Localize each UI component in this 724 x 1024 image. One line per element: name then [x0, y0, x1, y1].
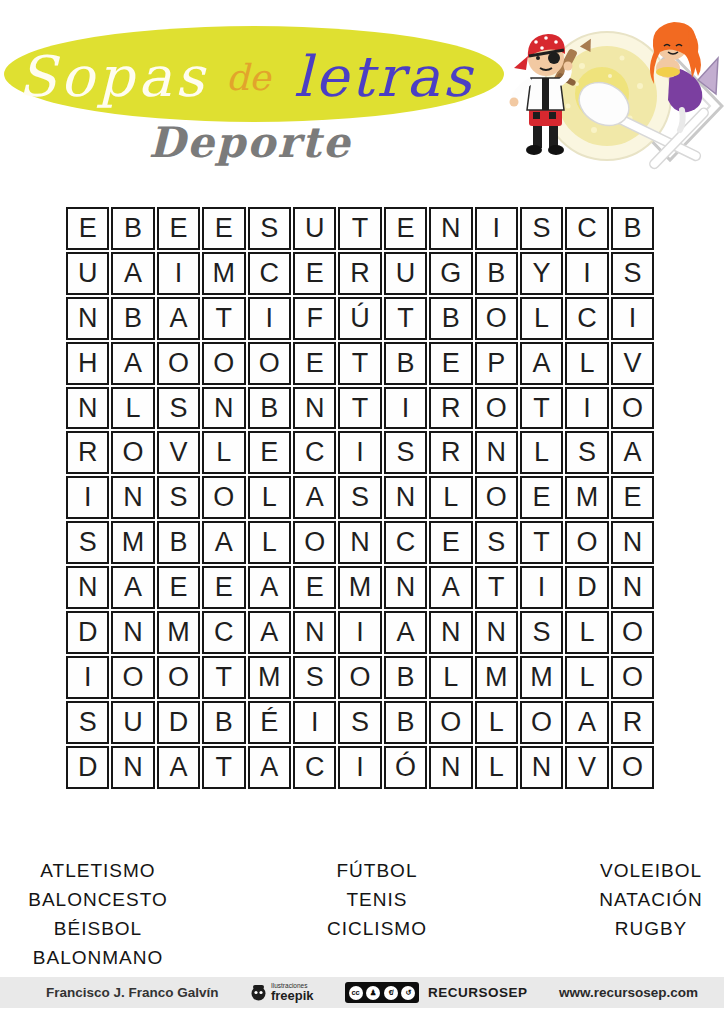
grid-cell[interactable]: A	[565, 701, 608, 744]
grid-cell[interactable]: I	[66, 476, 109, 519]
grid-cell[interactable]: E	[293, 566, 336, 609]
grid-cell[interactable]: A	[111, 252, 154, 295]
license-group: cc♟€̸↺ RECURSOSEP	[345, 982, 528, 1003]
grid-cell[interactable]: V	[157, 431, 200, 474]
title-banner: Sopas de letras	[2, 12, 522, 132]
word-list-column-1: ATLETISMOBALONCESTOBÉISBOLBALONMANO	[8, 856, 188, 972]
grid-cell[interactable]: A	[248, 611, 291, 654]
grid-cell[interactable]: O	[611, 387, 654, 430]
grid-cell[interactable]: O	[611, 611, 654, 654]
word-list-item: CICLISMO	[287, 914, 467, 943]
grid-cell[interactable]: U	[111, 701, 154, 744]
grid-cell[interactable]: O	[293, 521, 336, 564]
grid-cell[interactable]: M	[248, 656, 291, 699]
grid-cell[interactable]: L	[520, 431, 563, 474]
title-word-letras: letras	[294, 44, 475, 109]
title-word-sopas: Sopas	[18, 44, 208, 109]
grid-cell[interactable]: O	[157, 342, 200, 385]
grid-cell[interactable]: B	[384, 342, 427, 385]
grid-cell[interactable]: A	[248, 566, 291, 609]
word-list-item: VOLEIBOL	[557, 856, 724, 885]
grid-cell[interactable]: C	[565, 297, 608, 340]
grid-cell[interactable]: T	[384, 297, 427, 340]
word-search-grid: EBEESUTENISCBUAIMCERUGBYISNBATIFÚTBOLCIH…	[66, 207, 654, 789]
author-name: Francisco J. Franco Galvín	[46, 985, 219, 1000]
grid-cell[interactable]: E	[429, 521, 472, 564]
grid-cell[interactable]: N	[475, 431, 518, 474]
grid-cell[interactable]: T	[475, 566, 518, 609]
grid-cell[interactable]: E	[520, 476, 563, 519]
grid-cell[interactable]: L	[248, 476, 291, 519]
grid-cell[interactable]: V	[611, 342, 654, 385]
word-list-column-2: FÚTBOLTENISCICLISMO	[287, 856, 467, 943]
grid-cell[interactable]: S	[338, 701, 381, 744]
grid-cell[interactable]: E	[157, 207, 200, 250]
grid-cell[interactable]: B	[384, 701, 427, 744]
grid-cell[interactable]: S	[157, 476, 200, 519]
grid-cell[interactable]: B	[202, 701, 245, 744]
word-list-item: ATLETISMO	[8, 856, 188, 885]
grid-cell[interactable]: O	[338, 656, 381, 699]
grid-cell[interactable]: A	[157, 746, 200, 789]
grid-cell[interactable]: R	[611, 701, 654, 744]
word-list-column-3: VOLEIBOLNATACIÓNRUGBY	[557, 856, 724, 943]
grid-cell[interactable]: I	[520, 566, 563, 609]
word-list-item: TENIS	[287, 885, 467, 914]
word-list-item: BALONMANO	[8, 943, 188, 972]
grid-cell[interactable]: O	[429, 701, 472, 744]
grid-cell[interactable]: F	[293, 297, 336, 340]
grid-cell[interactable]: O	[565, 521, 608, 564]
grid-cell[interactable]: E	[429, 342, 472, 385]
grid-cell[interactable]: S	[293, 656, 336, 699]
grid-cell[interactable]: C	[202, 611, 245, 654]
grid-cell[interactable]: N	[611, 566, 654, 609]
grid-cell[interactable]: L	[565, 656, 608, 699]
grid-cell[interactable]: I	[338, 611, 381, 654]
grid-cell[interactable]: M	[111, 521, 154, 564]
header-illustration-svg	[502, 6, 724, 172]
freepik-brand-label: freepik	[271, 989, 314, 1002]
grid-cell[interactable]: L	[565, 611, 608, 654]
grid-cell[interactable]: L	[111, 387, 154, 430]
grid-cell[interactable]: L	[565, 342, 608, 385]
grid-cell[interactable]: O	[248, 342, 291, 385]
grid-cell[interactable]: D	[66, 746, 109, 789]
grid-cell[interactable]: M	[157, 611, 200, 654]
freepik-logo-icon	[250, 984, 267, 1001]
grid-cell[interactable]: D	[565, 566, 608, 609]
grid-cell[interactable]: I	[293, 701, 336, 744]
grid-cell[interactable]: T	[338, 342, 381, 385]
footer-credits-bar: Francisco J. Franco Galvín Ilustraciones…	[0, 977, 724, 1008]
grid-cell[interactable]: É	[248, 701, 291, 744]
grid-cell[interactable]: V	[565, 746, 608, 789]
grid-cell[interactable]: A	[111, 566, 154, 609]
grid-cell[interactable]: A	[611, 431, 654, 474]
grid-cell[interactable]: P	[475, 342, 518, 385]
recursosep-brand: RECURSOSEP	[428, 985, 528, 1000]
grid-cell[interactable]: O	[111, 431, 154, 474]
grid-cell[interactable]: S	[475, 521, 518, 564]
grid-cell[interactable]: Ú	[338, 297, 381, 340]
grid-cell[interactable]: N	[384, 476, 427, 519]
grid-cell[interactable]: E	[157, 566, 200, 609]
grid-cell[interactable]: I	[338, 431, 381, 474]
cc-nc-icon: €̸	[384, 986, 398, 1000]
grid-cell[interactable]: R	[429, 431, 472, 474]
grid-cell[interactable]: N	[111, 611, 154, 654]
grid-cell[interactable]: E	[248, 431, 291, 474]
grid-cell[interactable]: S	[520, 611, 563, 654]
grid-cell[interactable]: N	[111, 746, 154, 789]
grid-cell[interactable]: E	[384, 207, 427, 250]
website-link[interactable]: www.recursosep.com	[559, 985, 698, 1000]
cc-by-icon: ♟	[366, 986, 380, 1000]
grid-cell[interactable]: T	[202, 746, 245, 789]
grid-cell[interactable]: R	[66, 431, 109, 474]
grid-cell[interactable]: S	[66, 521, 109, 564]
title-banner-svg: Sopas de letras	[2, 12, 522, 132]
grid-cell[interactable]: A	[429, 566, 472, 609]
grid-cell[interactable]: I	[338, 746, 381, 789]
grid-cell[interactable]: S	[338, 476, 381, 519]
freepik-texts: Ilustraciones freepik	[271, 983, 314, 1003]
grid-cell[interactable]: O	[611, 656, 654, 699]
grid-cell[interactable]: I	[157, 252, 200, 295]
grid-cell[interactable]: L	[520, 297, 563, 340]
grid-cell[interactable]: M	[520, 656, 563, 699]
grid-cell[interactable]: R	[338, 252, 381, 295]
grid-cell[interactable]: S	[66, 701, 109, 744]
grid-cell[interactable]: N	[293, 611, 336, 654]
grid-cell[interactable]: A	[111, 342, 154, 385]
grid-cell[interactable]: I	[611, 297, 654, 340]
grid-cell[interactable]: C	[384, 521, 427, 564]
grid-cell[interactable]: N	[66, 387, 109, 430]
grid-cell[interactable]: U	[293, 207, 336, 250]
cc-license-badge: cc♟€̸↺	[345, 982, 419, 1003]
grid-cell[interactable]: N	[429, 611, 472, 654]
grid-cell[interactable]: N	[111, 476, 154, 519]
puzzle-category-title: Deporte	[0, 118, 500, 167]
word-list-item: RUGBY	[557, 914, 724, 943]
grid-cell[interactable]: U	[66, 252, 109, 295]
grid-cell[interactable]: C	[248, 252, 291, 295]
grid-cell[interactable]: O	[111, 656, 154, 699]
grid-cell[interactable]: N	[429, 207, 472, 250]
grid-cell[interactable]: A	[202, 521, 245, 564]
grid-cell[interactable]: B	[248, 387, 291, 430]
grid-cell[interactable]: T	[520, 387, 563, 430]
grid-cell[interactable]: T	[520, 521, 563, 564]
header-illustration	[502, 6, 724, 172]
grid-cell[interactable]: L	[202, 431, 245, 474]
grid-cell[interactable]: B	[475, 252, 518, 295]
grid-cell[interactable]: N	[520, 746, 563, 789]
word-list-item: NATACIÓN	[557, 885, 724, 914]
grid-cell[interactable]: E	[611, 476, 654, 519]
grid-cell[interactable]: M	[565, 476, 608, 519]
grid-cell[interactable]: I	[248, 297, 291, 340]
grid-cell[interactable]: N	[66, 566, 109, 609]
grid-cell[interactable]: A	[248, 746, 291, 789]
grid-cell[interactable]: O	[202, 342, 245, 385]
grid-cell[interactable]: M	[475, 656, 518, 699]
grid-cell[interactable]: L	[248, 521, 291, 564]
grid-cell[interactable]: B	[429, 297, 472, 340]
title-word-de: de	[226, 57, 272, 98]
grid-cell[interactable]: S	[565, 431, 608, 474]
grid-cell[interactable]: O	[475, 387, 518, 430]
grid-cell[interactable]: O	[475, 476, 518, 519]
grid-cell[interactable]: O	[520, 701, 563, 744]
grid-cell[interactable]: N	[202, 387, 245, 430]
grid-cell[interactable]: C	[293, 431, 336, 474]
grid-cell[interactable]: I	[565, 387, 608, 430]
grid-cell[interactable]: S	[248, 207, 291, 250]
grid-cell[interactable]: T	[338, 387, 381, 430]
grid-cell[interactable]: M	[338, 566, 381, 609]
grid-cell[interactable]: E	[293, 342, 336, 385]
grid-cell[interactable]: L	[475, 701, 518, 744]
freepik-credit: Ilustraciones freepik	[250, 983, 314, 1003]
cc-cc-icon: cc	[349, 986, 363, 1000]
grid-cell[interactable]: D	[157, 701, 200, 744]
grid-cell[interactable]: L	[475, 746, 518, 789]
grid-cell[interactable]: D	[66, 611, 109, 654]
grid-cell[interactable]: G	[429, 252, 472, 295]
grid-cell[interactable]: N	[338, 521, 381, 564]
grid-cell[interactable]: N	[611, 521, 654, 564]
grid-cell[interactable]: T	[202, 297, 245, 340]
grid-cell[interactable]: N	[293, 387, 336, 430]
grid-cell[interactable]: S	[157, 387, 200, 430]
grid-cell[interactable]: O	[475, 297, 518, 340]
grid-cell[interactable]: N	[384, 566, 427, 609]
grid-cell[interactable]: Ó	[384, 746, 427, 789]
grid-cell[interactable]: S	[384, 431, 427, 474]
grid-cell[interactable]: R	[429, 387, 472, 430]
grid-cell[interactable]: I	[475, 207, 518, 250]
grid-cell[interactable]: L	[429, 476, 472, 519]
grid-cell[interactable]: I	[565, 252, 608, 295]
grid-cell[interactable]: H	[66, 342, 109, 385]
grid-cell[interactable]: T	[202, 656, 245, 699]
grid-cell[interactable]: E	[293, 252, 336, 295]
grid-cell[interactable]: T	[338, 207, 381, 250]
grid-cell[interactable]: E	[202, 566, 245, 609]
grid-cell[interactable]: S	[611, 252, 654, 295]
grid-cell[interactable]: M	[202, 252, 245, 295]
grid-cell[interactable]: I	[384, 387, 427, 430]
grid-cell[interactable]: I	[66, 656, 109, 699]
grid-cell[interactable]: S	[520, 207, 563, 250]
grid-cell[interactable]: A	[520, 342, 563, 385]
word-list-item: BALONCESTO	[8, 885, 188, 914]
grid-cell[interactable]: A	[293, 476, 336, 519]
word-list-item: FÚTBOL	[287, 856, 467, 885]
grid-cell[interactable]: L	[429, 656, 472, 699]
grid-cell[interactable]: A	[384, 611, 427, 654]
grid-cell[interactable]: N	[475, 611, 518, 654]
grid-cell[interactable]: B	[157, 521, 200, 564]
grid-cell[interactable]: C	[293, 746, 336, 789]
grid-cell[interactable]: B	[111, 207, 154, 250]
grid-cell[interactable]: A	[157, 297, 200, 340]
grid-cell[interactable]: O	[611, 746, 654, 789]
grid-cell[interactable]: E	[66, 207, 109, 250]
grid-cell[interactable]: C	[565, 207, 608, 250]
grid-cell[interactable]: O	[157, 656, 200, 699]
grid-cell[interactable]: U	[384, 252, 427, 295]
grid-cell[interactable]: O	[202, 476, 245, 519]
cc-sa-icon: ↺	[401, 986, 415, 1000]
grid-cell[interactable]: B	[384, 656, 427, 699]
grid-cell[interactable]: B	[611, 207, 654, 250]
grid-cell[interactable]: N	[66, 297, 109, 340]
grid-cell[interactable]: N	[429, 746, 472, 789]
grid-cell[interactable]: Y	[520, 252, 563, 295]
word-list-item: BÉISBOL	[8, 914, 188, 943]
grid-cell[interactable]: E	[202, 207, 245, 250]
grid-cell[interactable]: B	[111, 297, 154, 340]
